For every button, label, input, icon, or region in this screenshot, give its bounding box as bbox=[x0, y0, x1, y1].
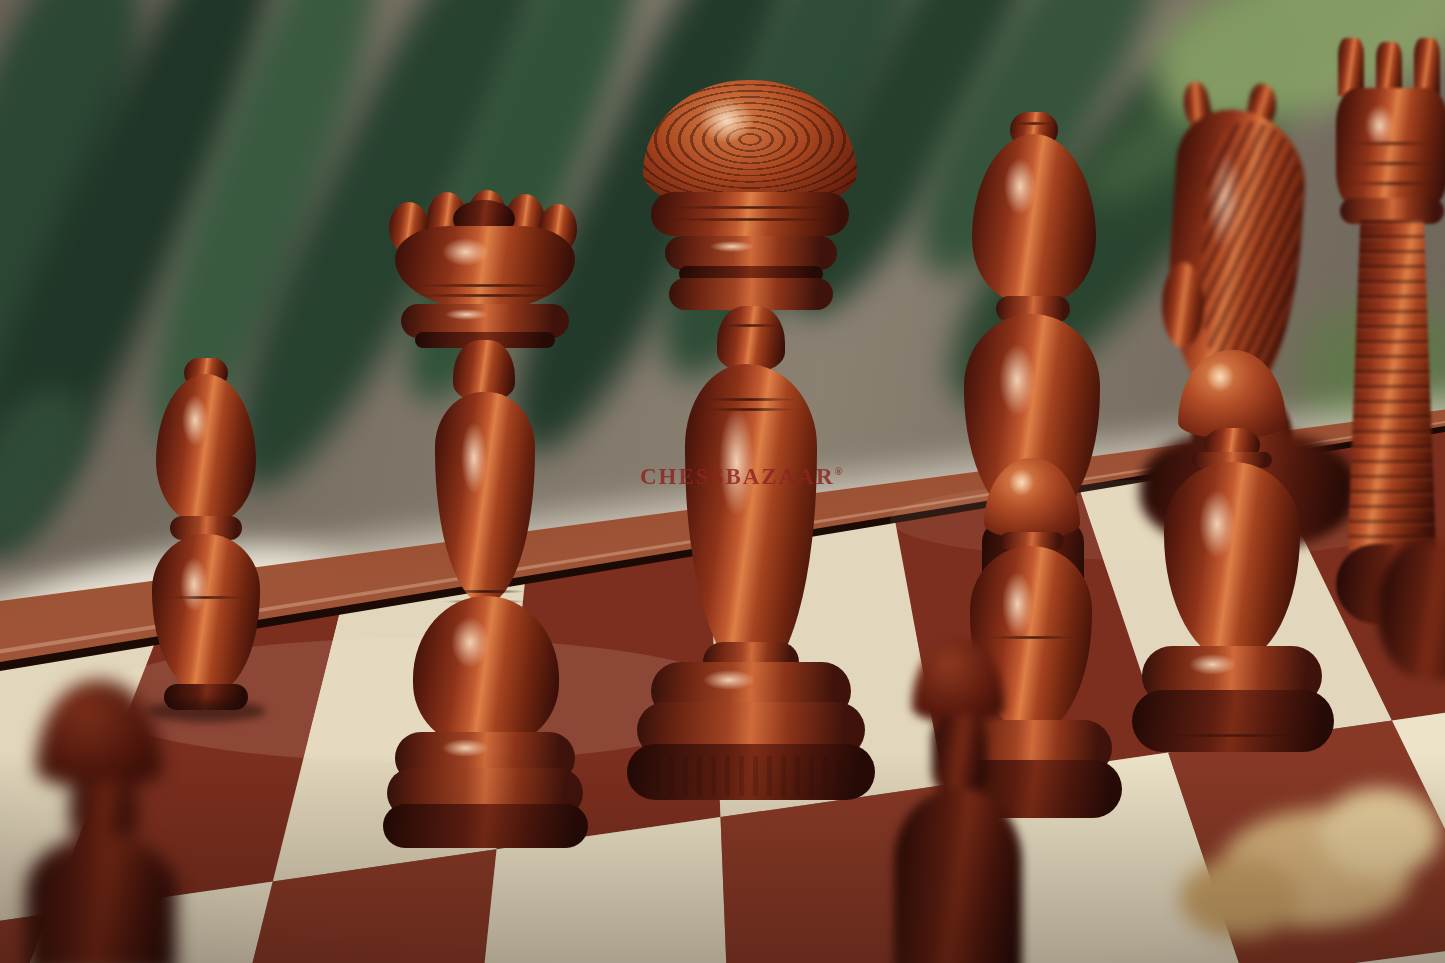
product-photo-scene: CHESSBAZAAR® bbox=[0, 0, 1445, 963]
king-neck bbox=[717, 306, 785, 372]
pawn-body bbox=[894, 788, 1022, 963]
pawn-base-tier bbox=[1132, 690, 1334, 752]
rook-tower-ribs bbox=[1348, 220, 1436, 550]
boxwood-piece-lying bbox=[1180, 778, 1445, 963]
pawn-neck bbox=[70, 780, 136, 842]
red-pawn-foreground-center bbox=[884, 638, 1034, 963]
pawn-head bbox=[36, 680, 162, 788]
boxwood-blob bbox=[1320, 788, 1440, 878]
pawn-body bbox=[1164, 462, 1300, 662]
red-pawn-right bbox=[1128, 350, 1338, 768]
king-body bbox=[685, 364, 817, 680]
queen-base-tier bbox=[383, 804, 588, 848]
pawn-body bbox=[26, 835, 176, 963]
pawn-head bbox=[1178, 350, 1286, 438]
knight-muzzle bbox=[1162, 262, 1204, 348]
watermark-text: CHESSBAZAAR® bbox=[640, 464, 845, 490]
pawn-head bbox=[912, 638, 1004, 722]
red-queen bbox=[383, 192, 588, 848]
red-bishop-left bbox=[128, 358, 283, 724]
queen-crown-cup bbox=[395, 226, 575, 310]
king-base-grain bbox=[627, 756, 875, 796]
registered-mark-icon: ® bbox=[835, 465, 845, 477]
pawn-head bbox=[984, 458, 1080, 538]
queen-lower-bell bbox=[413, 596, 559, 746]
watermark-label: CHESSBAZAAR bbox=[640, 464, 835, 489]
king-dome-skirt bbox=[651, 192, 849, 236]
bishop-upper-bulb bbox=[156, 374, 256, 524]
red-king bbox=[625, 80, 875, 804]
bishop-lower-bulb bbox=[152, 534, 260, 696]
red-pawn-foreground-left bbox=[8, 680, 188, 963]
king-collar-disc bbox=[665, 236, 837, 270]
boxwood-blob bbox=[1180, 858, 1300, 938]
queen-body bbox=[435, 392, 535, 604]
rook-cap bbox=[1336, 88, 1445, 208]
bishop-upper-bulb bbox=[972, 134, 1096, 302]
pawn-neck bbox=[932, 714, 986, 796]
